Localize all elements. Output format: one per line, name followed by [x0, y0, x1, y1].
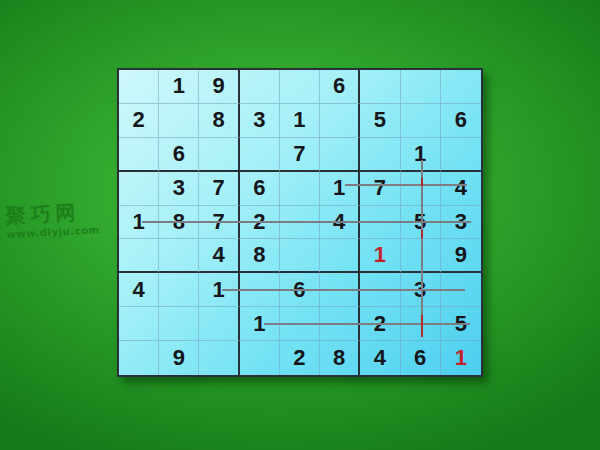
- cell-r7c1[interactable]: 4: [119, 273, 159, 307]
- cell-r4c5[interactable]: [280, 172, 320, 206]
- col8-red-segment-upper: [421, 178, 423, 186]
- cell-r1c8[interactable]: [401, 70, 441, 104]
- cell-r2c4[interactable]: 3: [240, 104, 280, 138]
- given-digit: 4: [374, 347, 386, 369]
- cell-r9c3[interactable]: [199, 341, 239, 375]
- col8-red-segment-tail: [421, 315, 423, 337]
- given-digit: 8: [253, 244, 265, 266]
- cell-r2c8[interactable]: [401, 104, 441, 138]
- page-background: 聚巧网 www.diyju.com 1962831566713761741872…: [0, 0, 600, 450]
- cell-r8c3[interactable]: [199, 307, 239, 341]
- given-digit: 5: [374, 109, 386, 131]
- cell-r6c1[interactable]: [119, 239, 159, 273]
- cell-r1c5[interactable]: [280, 70, 320, 104]
- col8-red-segment-mid: [421, 230, 423, 238]
- given-digit: 6: [173, 143, 185, 165]
- cell-r9c7[interactable]: 4: [360, 341, 400, 375]
- cell-r6c7[interactable]: 1: [360, 239, 400, 273]
- sudoku-board: 1962831566713761741872453481941631259284…: [117, 68, 483, 377]
- col8-elimination-line: [421, 160, 423, 337]
- cell-r3c4[interactable]: [240, 138, 280, 172]
- watermark: 聚巧网 www.diyju.com: [5, 200, 100, 240]
- cell-r9c9[interactable]: 1: [441, 341, 481, 375]
- given-digit: 1: [333, 177, 345, 199]
- given-digit: 4: [455, 177, 467, 199]
- cell-r2c9[interactable]: 6: [441, 104, 481, 138]
- cell-r1c3[interactable]: 9: [199, 70, 239, 104]
- given-digit: 9: [455, 244, 467, 266]
- cell-r3c6[interactable]: [320, 138, 360, 172]
- solved-digit: 1: [455, 347, 467, 369]
- cell-r4c3[interactable]: 7: [199, 172, 239, 206]
- cell-r1c1[interactable]: [119, 70, 159, 104]
- cell-r9c6[interactable]: 8: [320, 341, 360, 375]
- given-digit: 6: [455, 109, 467, 131]
- given-digit: 1: [293, 109, 305, 131]
- cell-r3c1[interactable]: [119, 138, 159, 172]
- watermark-site-name: 聚巧网: [5, 200, 99, 227]
- cell-r7c2[interactable]: [159, 273, 199, 307]
- row4-elimination-line: [345, 184, 467, 186]
- cell-r3c7[interactable]: [360, 138, 400, 172]
- cell-r3c9[interactable]: [441, 138, 481, 172]
- cell-r4c4[interactable]: 6: [240, 172, 280, 206]
- cell-r6c9[interactable]: 9: [441, 239, 481, 273]
- given-digit: 6: [414, 347, 426, 369]
- given-digit: 8: [333, 347, 345, 369]
- cell-r6c6[interactable]: [320, 239, 360, 273]
- given-digit: 2: [293, 347, 305, 369]
- given-digit: 3: [253, 109, 265, 131]
- cell-r1c6[interactable]: 6: [320, 70, 360, 104]
- cell-r1c2[interactable]: 1: [159, 70, 199, 104]
- given-digit: 4: [212, 244, 224, 266]
- given-digit: 7: [293, 143, 305, 165]
- cell-r1c4[interactable]: [240, 70, 280, 104]
- cell-r6c3[interactable]: 4: [199, 239, 239, 273]
- cell-r9c2[interactable]: 9: [159, 341, 199, 375]
- row8-elimination-line: [264, 323, 470, 325]
- given-digit: 7: [374, 177, 386, 199]
- cell-r2c7[interactable]: 5: [360, 104, 400, 138]
- given-digit: 1: [173, 75, 185, 97]
- cell-r1c9[interactable]: [441, 70, 481, 104]
- cell-r4c9[interactable]: 4: [441, 172, 481, 206]
- cell-r4c1[interactable]: [119, 172, 159, 206]
- cell-r9c1[interactable]: [119, 341, 159, 375]
- cell-r9c5[interactable]: 2: [280, 341, 320, 375]
- cell-r2c5[interactable]: 1: [280, 104, 320, 138]
- cell-r2c1[interactable]: 2: [119, 104, 159, 138]
- given-digit: 6: [333, 75, 345, 97]
- given-digit: 3: [173, 177, 185, 199]
- given-digit: 8: [212, 109, 224, 131]
- given-digit: 4: [132, 279, 144, 301]
- cell-r9c8[interactable]: 6: [401, 341, 441, 375]
- cell-r4c6[interactable]: 1: [320, 172, 360, 206]
- given-digit: 6: [253, 177, 265, 199]
- cell-r2c2[interactable]: [159, 104, 199, 138]
- given-digit: 9: [173, 347, 185, 369]
- cell-r3c5[interactable]: 7: [280, 138, 320, 172]
- cell-r1c7[interactable]: [360, 70, 400, 104]
- cell-r3c2[interactable]: 6: [159, 138, 199, 172]
- cell-r4c2[interactable]: 3: [159, 172, 199, 206]
- solved-digit: 1: [374, 244, 386, 266]
- cell-r8c1[interactable]: [119, 307, 159, 341]
- given-digit: 2: [132, 109, 144, 131]
- cell-r6c4[interactable]: 8: [240, 239, 280, 273]
- given-digit: 7: [212, 177, 224, 199]
- cell-r4c7[interactable]: 7: [360, 172, 400, 206]
- cell-r2c6[interactable]: [320, 104, 360, 138]
- cell-r3c3[interactable]: [199, 138, 239, 172]
- row7-elimination-line: [222, 289, 465, 291]
- cell-r2c3[interactable]: 8: [199, 104, 239, 138]
- cell-r8c2[interactable]: [159, 307, 199, 341]
- cell-r6c2[interactable]: [159, 239, 199, 273]
- cell-r9c4[interactable]: [240, 341, 280, 375]
- given-digit: 9: [212, 75, 224, 97]
- cell-r6c5[interactable]: [280, 239, 320, 273]
